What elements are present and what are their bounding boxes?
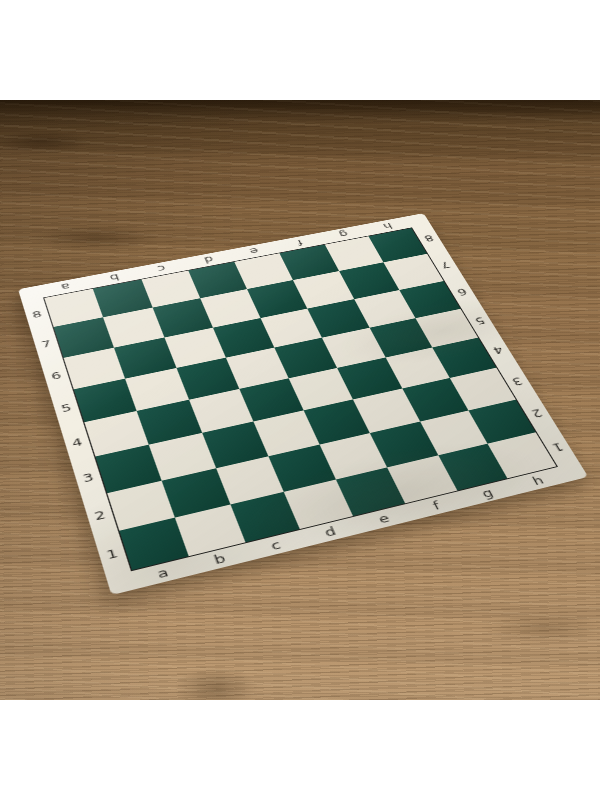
chessboard: abcdefgh abcdefgh 87654321 87654321 bbox=[18, 213, 588, 595]
page-background: abcdefgh abcdefgh 87654321 87654321 bbox=[0, 0, 600, 800]
vinyl-board-mat: abcdefgh abcdefgh 87654321 87654321 bbox=[18, 213, 588, 595]
wood-table-surface: abcdefgh abcdefgh 87654321 87654321 bbox=[0, 100, 600, 700]
